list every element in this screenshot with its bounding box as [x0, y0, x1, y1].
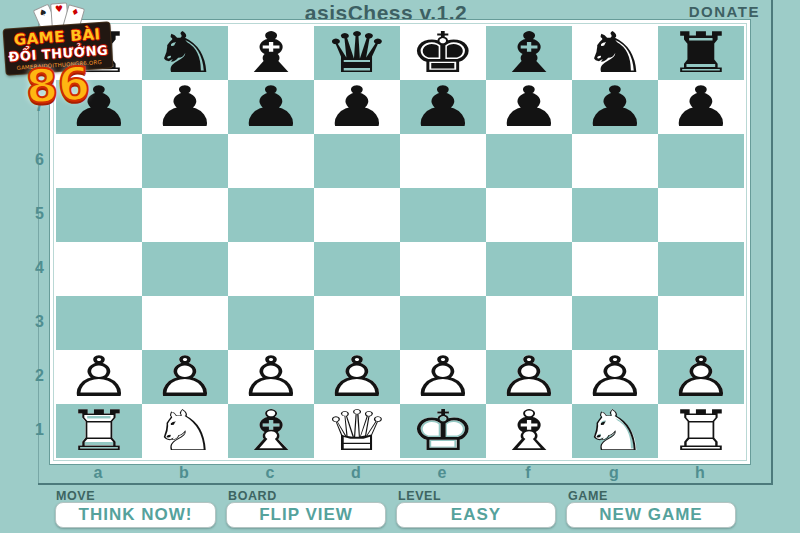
rank-label-2: 2	[0, 349, 44, 403]
square-g3[interactable]	[572, 296, 658, 350]
square-d4[interactable]	[314, 242, 400, 296]
square-f3[interactable]	[486, 296, 572, 350]
square-h2[interactable]: ♟♙	[658, 350, 744, 404]
square-e3[interactable]	[400, 296, 486, 350]
square-h6[interactable]	[658, 134, 744, 188]
square-h5[interactable]	[658, 188, 744, 242]
square-h8[interactable]: ♜	[658, 26, 744, 80]
file-label-a: a	[55, 463, 141, 483]
rank-label-4: 4	[0, 241, 44, 295]
frame-right-border	[771, 0, 773, 484]
square-b3[interactable]	[142, 296, 228, 350]
rank-label-6: 6	[0, 133, 44, 187]
square-a4[interactable]	[56, 242, 142, 296]
square-c6[interactable]	[228, 134, 314, 188]
square-g6[interactable]	[572, 134, 658, 188]
square-d6[interactable]	[314, 134, 400, 188]
file-label-e: e	[399, 463, 485, 483]
black-rook-piece[interactable]: ♜	[644, 26, 758, 80]
logo-watermark[interactable]: ♠ ♥ ♦ GAME BÀI ĐỔI THƯỞNG GAMEBAIDOITHUO…	[3, 2, 117, 110]
new-game-button[interactable]: NEW GAME	[566, 502, 736, 528]
piece-outline: ♙	[644, 350, 758, 404]
flip-view-button[interactable]: FLIP VIEW	[226, 502, 386, 528]
square-e6[interactable]	[400, 134, 486, 188]
square-d5[interactable]	[314, 188, 400, 242]
square-h3[interactable]	[658, 296, 744, 350]
board-squares: ♜♞♝♛♚♝♞♜♟♟♟♟♟♟♟♟♟♙♟♙♟♙♟♙♟♙♟♙♟♙♟♙♜♖♞♘♝♗♛♕…	[56, 26, 744, 458]
square-c3[interactable]	[228, 296, 314, 350]
square-h7[interactable]: ♟	[658, 80, 744, 134]
level-label: LEVEL	[398, 489, 441, 503]
square-f4[interactable]	[486, 242, 572, 296]
square-g4[interactable]	[572, 242, 658, 296]
square-c4[interactable]	[228, 242, 314, 296]
square-d3[interactable]	[314, 296, 400, 350]
frame-bottom-border	[38, 483, 773, 485]
square-g5[interactable]	[572, 188, 658, 242]
game-label: GAME	[568, 489, 608, 503]
level-easy-button[interactable]: EASY	[396, 502, 556, 528]
file-label-f: f	[485, 463, 571, 483]
file-label-d: d	[313, 463, 399, 483]
square-b5[interactable]	[142, 188, 228, 242]
rank-label-5: 5	[0, 187, 44, 241]
square-a6[interactable]	[56, 134, 142, 188]
square-h1[interactable]: ♜♖	[658, 404, 744, 458]
square-f5[interactable]	[486, 188, 572, 242]
square-c5[interactable]	[228, 188, 314, 242]
rank-label-1: 1	[0, 403, 44, 457]
square-a5[interactable]	[56, 188, 142, 242]
square-e4[interactable]	[400, 242, 486, 296]
white-rook-piece[interactable]: ♜♖	[644, 404, 758, 458]
move-label: MOVE	[56, 489, 95, 503]
square-e5[interactable]	[400, 188, 486, 242]
square-a3[interactable]	[56, 296, 142, 350]
logo-number: 86	[2, 55, 115, 115]
think-now-button[interactable]: THINK NOW!	[55, 502, 216, 528]
board-label: BOARD	[228, 489, 277, 503]
piece-outline: ♖	[644, 404, 758, 458]
chess-board: ♜♞♝♛♚♝♞♜♟♟♟♟♟♟♟♟♟♙♟♙♟♙♟♙♟♙♟♙♟♙♟♙♜♖♞♘♝♗♛♕…	[49, 19, 751, 465]
file-label-c: c	[227, 463, 313, 483]
donate-link[interactable]: DONATE	[689, 3, 760, 20]
black-pawn-piece[interactable]: ♟	[644, 80, 758, 134]
white-pawn-piece[interactable]: ♟♙	[644, 350, 758, 404]
file-label-h: h	[657, 463, 743, 483]
square-h4[interactable]	[658, 242, 744, 296]
square-f6[interactable]	[486, 134, 572, 188]
square-b6[interactable]	[142, 134, 228, 188]
square-b4[interactable]	[142, 242, 228, 296]
file-label-b: b	[141, 463, 227, 483]
file-label-g: g	[571, 463, 657, 483]
rank-label-3: 3	[0, 295, 44, 349]
